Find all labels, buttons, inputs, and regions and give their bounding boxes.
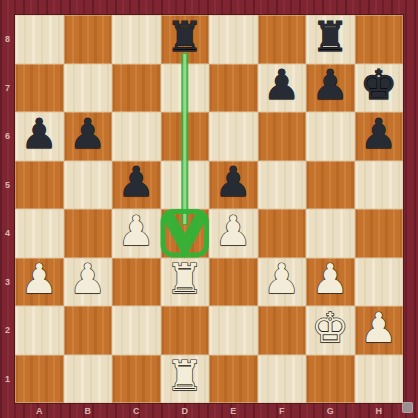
square-g2[interactable]: ♚ xyxy=(306,306,355,355)
rank-label-5: 5 xyxy=(0,161,15,210)
square-h8[interactable] xyxy=(355,15,404,64)
piece-white-pawn-h2[interactable]: ♟ xyxy=(360,308,397,349)
square-e4[interactable]: ♟ xyxy=(209,209,258,258)
square-h5[interactable] xyxy=(355,161,404,210)
piece-white-pawn-a3[interactable]: ♟ xyxy=(21,259,58,300)
square-e8[interactable] xyxy=(209,15,258,64)
piece-black-rook-d8[interactable]: ♜ xyxy=(166,17,203,58)
square-f7[interactable]: ♟ xyxy=(258,64,307,113)
square-e5[interactable]: ♟ xyxy=(209,161,258,210)
square-a1[interactable] xyxy=(15,355,64,404)
square-a7[interactable] xyxy=(15,64,64,113)
square-h1[interactable] xyxy=(355,355,404,404)
square-e3[interactable] xyxy=(209,258,258,307)
piece-black-king-h7[interactable]: ♚ xyxy=(360,65,397,106)
square-d6[interactable] xyxy=(161,112,210,161)
square-g3[interactable]: ♟ xyxy=(306,258,355,307)
square-c8[interactable] xyxy=(112,15,161,64)
square-g7[interactable]: ♟ xyxy=(306,64,355,113)
square-a3[interactable]: ♟ xyxy=(15,258,64,307)
square-h4[interactable] xyxy=(355,209,404,258)
chess-app-window: ♜♜♟♟♚♟♟♟♟♟♟♟♟♟♜♟♟♚♟♜ 87654321 ABCDEFGH xyxy=(0,0,418,418)
square-a5[interactable] xyxy=(15,161,64,210)
rank-label-6: 6 xyxy=(0,112,15,161)
square-f6[interactable] xyxy=(258,112,307,161)
square-h6[interactable]: ♟ xyxy=(355,112,404,161)
square-d4[interactable] xyxy=(161,209,210,258)
square-a2[interactable] xyxy=(15,306,64,355)
file-label-h: H xyxy=(355,403,404,418)
square-f4[interactable] xyxy=(258,209,307,258)
square-a4[interactable] xyxy=(15,209,64,258)
logo-badge xyxy=(402,402,413,413)
square-d1[interactable]: ♜ xyxy=(161,355,210,404)
piece-black-pawn-f7[interactable]: ♟ xyxy=(263,65,300,106)
piece-black-pawn-b6[interactable]: ♟ xyxy=(69,114,106,155)
square-f1[interactable] xyxy=(258,355,307,404)
square-b5[interactable] xyxy=(64,161,113,210)
file-label-f: F xyxy=(258,403,307,418)
square-b3[interactable]: ♟ xyxy=(64,258,113,307)
square-f3[interactable]: ♟ xyxy=(258,258,307,307)
piece-white-rook-d3[interactable]: ♜ xyxy=(166,259,203,300)
square-d2[interactable] xyxy=(161,306,210,355)
square-d7[interactable] xyxy=(161,64,210,113)
file-label-c: C xyxy=(112,403,161,418)
square-g8[interactable]: ♜ xyxy=(306,15,355,64)
piece-white-pawn-g3[interactable]: ♟ xyxy=(312,259,349,300)
square-e1[interactable] xyxy=(209,355,258,404)
piece-white-pawn-f3[interactable]: ♟ xyxy=(263,259,300,300)
piece-white-pawn-e4[interactable]: ♟ xyxy=(215,211,252,252)
square-h7[interactable]: ♚ xyxy=(355,64,404,113)
square-c7[interactable] xyxy=(112,64,161,113)
piece-black-pawn-g7[interactable]: ♟ xyxy=(312,65,349,106)
square-b6[interactable]: ♟ xyxy=(64,112,113,161)
rank-label-3: 3 xyxy=(0,258,15,307)
square-f8[interactable] xyxy=(258,15,307,64)
square-g4[interactable] xyxy=(306,209,355,258)
square-a6[interactable]: ♟ xyxy=(15,112,64,161)
piece-black-rook-g8[interactable]: ♜ xyxy=(312,17,349,58)
piece-white-pawn-b3[interactable]: ♟ xyxy=(69,259,106,300)
file-label-e: E xyxy=(209,403,258,418)
square-f2[interactable] xyxy=(258,306,307,355)
rank-labels: 87654321 xyxy=(0,15,15,403)
square-g6[interactable] xyxy=(306,112,355,161)
square-h3[interactable] xyxy=(355,258,404,307)
piece-white-king-g2[interactable]: ♚ xyxy=(312,308,349,349)
square-b8[interactable] xyxy=(64,15,113,64)
rank-label-1: 1 xyxy=(0,355,15,404)
square-b2[interactable] xyxy=(64,306,113,355)
square-d5[interactable] xyxy=(161,161,210,210)
file-label-g: G xyxy=(306,403,355,418)
piece-white-pawn-c4[interactable]: ♟ xyxy=(118,211,155,252)
square-c1[interactable] xyxy=(112,355,161,404)
square-a8[interactable] xyxy=(15,15,64,64)
file-label-d: D xyxy=(161,403,210,418)
square-c2[interactable] xyxy=(112,306,161,355)
square-f5[interactable] xyxy=(258,161,307,210)
square-g1[interactable] xyxy=(306,355,355,404)
rank-label-2: 2 xyxy=(0,306,15,355)
square-c3[interactable] xyxy=(112,258,161,307)
square-h2[interactable]: ♟ xyxy=(355,306,404,355)
rank-label-8: 8 xyxy=(0,15,15,64)
piece-black-pawn-e5[interactable]: ♟ xyxy=(215,162,252,203)
square-b1[interactable] xyxy=(64,355,113,404)
file-label-a: A xyxy=(15,403,64,418)
file-labels: ABCDEFGH xyxy=(15,403,403,418)
square-d8[interactable]: ♜ xyxy=(161,15,210,64)
piece-white-rook-d1[interactable]: ♜ xyxy=(166,356,203,397)
piece-black-pawn-h6[interactable]: ♟ xyxy=(360,114,397,155)
square-d3[interactable]: ♜ xyxy=(161,258,210,307)
square-c5[interactable]: ♟ xyxy=(112,161,161,210)
square-g5[interactable] xyxy=(306,161,355,210)
piece-black-pawn-a6[interactable]: ♟ xyxy=(21,114,58,155)
rank-label-4: 4 xyxy=(0,209,15,258)
square-c4[interactable]: ♟ xyxy=(112,209,161,258)
square-e7[interactable] xyxy=(209,64,258,113)
square-e6[interactable] xyxy=(209,112,258,161)
rank-label-7: 7 xyxy=(0,64,15,113)
square-b7[interactable] xyxy=(64,64,113,113)
chess-board: ♜♜♟♟♚♟♟♟♟♟♟♟♟♟♜♟♟♚♟♜ xyxy=(15,15,403,403)
piece-black-pawn-c5[interactable]: ♟ xyxy=(118,162,155,203)
square-c6[interactable] xyxy=(112,112,161,161)
square-b4[interactable] xyxy=(64,209,113,258)
square-e2[interactable] xyxy=(209,306,258,355)
file-label-b: B xyxy=(64,403,113,418)
